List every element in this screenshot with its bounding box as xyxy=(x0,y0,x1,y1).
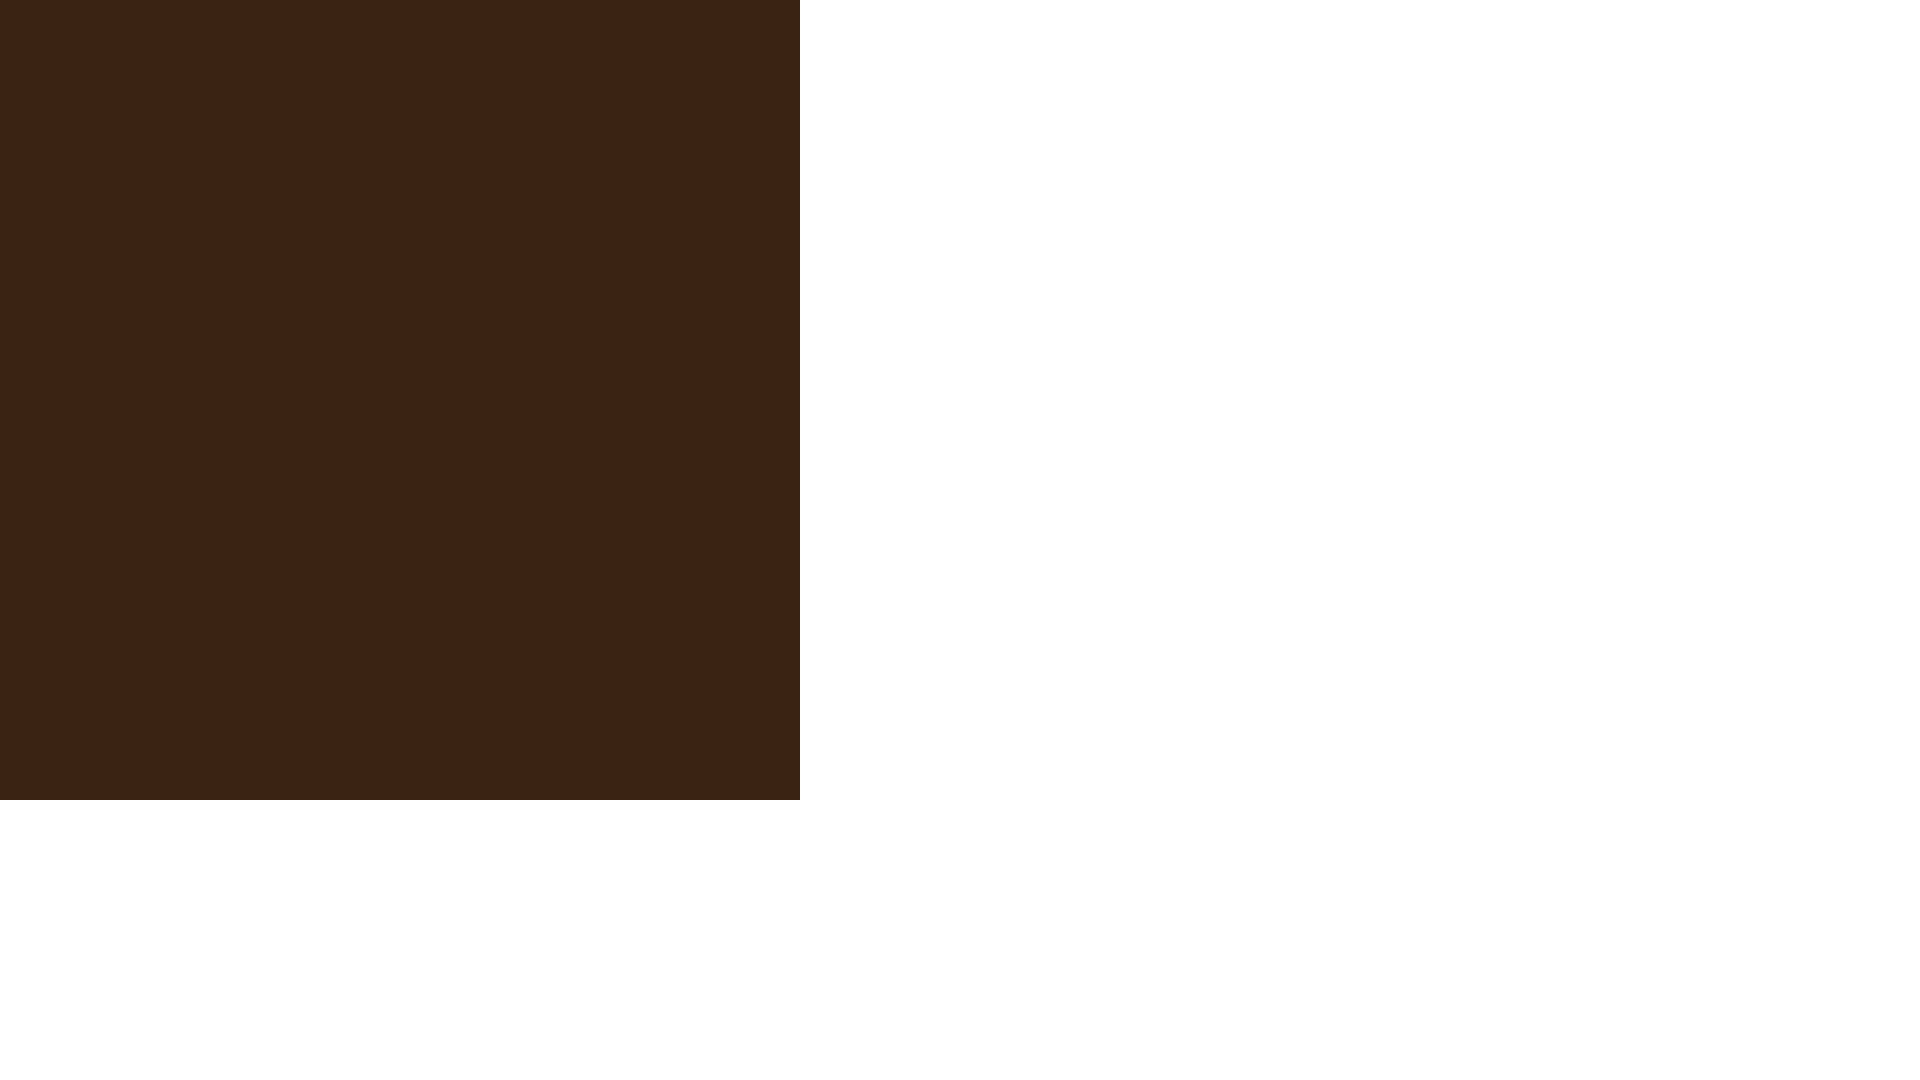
white-backdrop xyxy=(0,0,1920,1080)
chessboard xyxy=(0,0,800,800)
board-edge-front-left xyxy=(0,0,800,44)
